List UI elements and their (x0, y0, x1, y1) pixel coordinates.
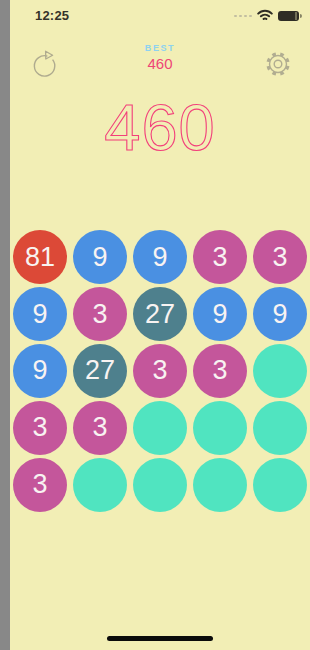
tile-81[interactable]: 81 (13, 230, 67, 284)
cell-r2c1: 9 (10, 286, 70, 343)
settings-button[interactable] (264, 50, 292, 78)
cell-r2c2: 3 (70, 286, 130, 343)
cell-r1c5: 3 (250, 229, 310, 286)
cell-r5c4 (190, 456, 250, 513)
cell-r2c3: 27 (130, 286, 190, 343)
home-indicator[interactable] (107, 636, 213, 641)
tile-27[interactable]: 27 (73, 344, 127, 398)
tile-3[interactable]: 3 (73, 401, 127, 455)
tile-9[interactable]: 9 (13, 344, 67, 398)
cell-r5c1: 3 (10, 456, 70, 513)
empty-slot (253, 401, 307, 455)
empty-slot (193, 401, 247, 455)
tile-27[interactable]: 27 (133, 287, 187, 341)
empty-slot (133, 458, 187, 512)
board: 81993393279992733333 (10, 229, 310, 513)
cell-r1c4: 3 (190, 229, 250, 286)
tile-9[interactable]: 9 (73, 230, 127, 284)
status-time: 12:25 (35, 8, 69, 23)
cell-r5c5 (250, 456, 310, 513)
cell-r2c4: 9 (190, 286, 250, 343)
cell-r5c2 (70, 456, 130, 513)
cell-r3c1: 9 (10, 343, 70, 400)
tile-3[interactable]: 3 (193, 230, 247, 284)
empty-slot (193, 458, 247, 512)
battery-icon (278, 11, 299, 22)
tile-3[interactable]: 3 (13, 458, 67, 512)
tile-3[interactable]: 3 (73, 287, 127, 341)
cell-r3c4: 3 (190, 343, 250, 400)
cell-r5c3 (130, 456, 190, 513)
tile-9[interactable]: 9 (253, 287, 307, 341)
gear-icon (264, 64, 292, 81)
cell-r2c5: 9 (250, 286, 310, 343)
tile-3[interactable]: 3 (13, 401, 67, 455)
cell-r4c3 (130, 399, 190, 456)
status-bar: 12:25 (10, 0, 310, 30)
tile-9[interactable]: 9 (13, 287, 67, 341)
tile-3[interactable]: 3 (133, 344, 187, 398)
cell-r4c5 (250, 399, 310, 456)
cell-r1c1: 81 (10, 229, 70, 286)
cellular-signal-icon (234, 15, 252, 18)
tile-9[interactable]: 9 (133, 230, 187, 284)
current-score: 460 (10, 94, 310, 162)
empty-slot (133, 401, 187, 455)
cell-r3c2: 27 (70, 343, 130, 400)
cell-r1c2: 9 (70, 229, 130, 286)
tile-3[interactable]: 3 (193, 344, 247, 398)
wifi-icon (257, 7, 273, 25)
empty-slot (73, 458, 127, 512)
cell-r4c1: 3 (10, 399, 70, 456)
cell-r1c3: 9 (130, 229, 190, 286)
cell-r4c2: 3 (70, 399, 130, 456)
cell-r4c4 (190, 399, 250, 456)
tile-3[interactable]: 3 (253, 230, 307, 284)
tile-9[interactable]: 9 (193, 287, 247, 341)
cell-r3c3: 3 (130, 343, 190, 400)
cell-r3c5 (250, 343, 310, 400)
empty-slot (253, 458, 307, 512)
app-screen: 12:25 BEST 460 (10, 0, 310, 650)
empty-slot (253, 344, 307, 398)
status-icons (234, 9, 299, 23)
